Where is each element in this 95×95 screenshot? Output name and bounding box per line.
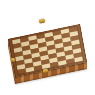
brass-hinge-left-icon: [11, 58, 15, 62]
brass-clasp-icon: [38, 18, 45, 23]
chessboard-photo: [0, 0, 95, 95]
brass-hinge-front-icon: [42, 69, 48, 74]
board-square: [74, 57, 83, 63]
